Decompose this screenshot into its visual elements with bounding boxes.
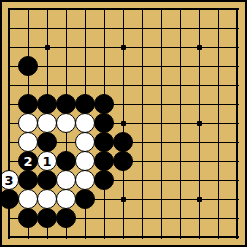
stone-black — [94, 151, 114, 171]
stone-white — [18, 189, 38, 209]
stone-black — [56, 208, 76, 228]
move-1-stone-white: 1 — [37, 151, 57, 171]
stone-black — [37, 94, 57, 114]
stone-black — [18, 94, 38, 114]
stone-black — [37, 208, 57, 228]
stone-black — [56, 151, 76, 171]
move-number-label: 2 — [23, 155, 32, 168]
move-2-stone-black: 2 — [18, 151, 38, 171]
stone-black — [75, 189, 95, 209]
stone-white — [75, 113, 95, 133]
stone-white — [56, 113, 76, 133]
stone-black — [113, 132, 133, 152]
stone-black — [94, 94, 114, 114]
move-number-label: 1 — [42, 155, 51, 168]
stone-white — [75, 170, 95, 190]
stone-white — [75, 132, 95, 152]
stone-black — [75, 94, 95, 114]
stone-black — [94, 113, 114, 133]
stone-white — [56, 189, 76, 209]
stone-white — [37, 113, 57, 133]
stone-black — [0, 189, 19, 209]
stone-white — [18, 132, 38, 152]
stone-black — [18, 56, 38, 76]
stone-white — [75, 151, 95, 171]
stone-black — [113, 151, 133, 171]
stone-white — [37, 189, 57, 209]
stone-black — [94, 170, 114, 190]
stone-black — [37, 132, 57, 152]
move-number-label: 3 — [4, 174, 13, 187]
stone-black — [18, 170, 38, 190]
stone-black — [94, 132, 114, 152]
stones-layer: 213 — [0, 0, 247, 247]
stone-white — [18, 113, 38, 133]
stone-black — [18, 208, 38, 228]
stone-black — [37, 170, 57, 190]
stone-white — [56, 170, 76, 190]
stone-black — [56, 94, 76, 114]
go-board: 213 — [0, 0, 247, 247]
move-3-stone-white: 3 — [0, 170, 19, 190]
